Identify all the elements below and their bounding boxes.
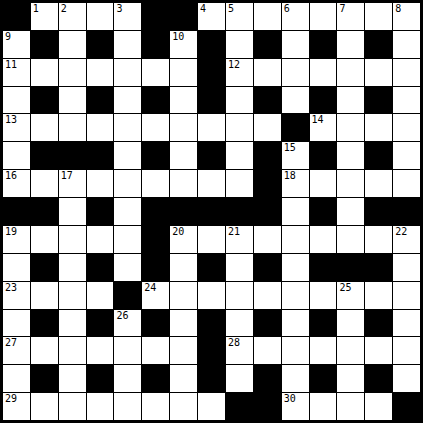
letter-cell[interactable] bbox=[254, 59, 281, 86]
letter-cell[interactable] bbox=[114, 365, 141, 392]
blocked-cell bbox=[114, 282, 141, 309]
letter-cell[interactable]: 8 bbox=[393, 3, 420, 30]
letter-cell[interactable] bbox=[31, 59, 58, 86]
letter-cell[interactable]: 11 bbox=[3, 59, 30, 86]
letter-cell[interactable] bbox=[59, 393, 86, 420]
blocked-cell bbox=[87, 142, 114, 169]
clue-number: 16 bbox=[5, 171, 17, 181]
clue-number: 4 bbox=[200, 4, 206, 14]
letter-cell[interactable] bbox=[114, 170, 141, 197]
blocked-cell bbox=[142, 310, 169, 337]
blocked-cell bbox=[31, 31, 58, 58]
blocked-cell bbox=[142, 3, 169, 30]
blocked-cell bbox=[198, 254, 225, 281]
letter-cell[interactable] bbox=[114, 59, 141, 86]
blocked-cell bbox=[87, 31, 114, 58]
clue-number: 8 bbox=[395, 4, 401, 14]
letter-cell[interactable] bbox=[170, 254, 197, 281]
letter-cell[interactable]: 3 bbox=[114, 3, 141, 30]
letter-cell[interactable] bbox=[170, 282, 197, 309]
blocked-cell bbox=[198, 310, 225, 337]
letter-cell[interactable] bbox=[170, 337, 197, 364]
letter-cell[interactable] bbox=[59, 87, 86, 114]
letter-cell[interactable]: 9 bbox=[3, 31, 30, 58]
crossword-grid: 1234567891011121314151617181920212223242… bbox=[3, 3, 420, 420]
letter-cell[interactable] bbox=[59, 198, 86, 225]
letter-cell[interactable] bbox=[114, 254, 141, 281]
blocked-cell bbox=[31, 87, 58, 114]
clue-number: 17 bbox=[61, 171, 73, 181]
letter-cell[interactable] bbox=[59, 365, 86, 392]
letter-cell[interactable] bbox=[3, 254, 30, 281]
letter-cell[interactable] bbox=[31, 226, 58, 253]
letter-cell[interactable] bbox=[59, 226, 86, 253]
clue-number: 15 bbox=[284, 143, 296, 153]
letter-cell[interactable] bbox=[31, 282, 58, 309]
clue-number: 20 bbox=[172, 227, 184, 237]
letter-cell[interactable] bbox=[282, 282, 309, 309]
blocked-cell bbox=[87, 365, 114, 392]
blocked-cell bbox=[254, 142, 281, 169]
blocked-cell bbox=[198, 198, 225, 225]
letter-cell[interactable]: 2 bbox=[59, 3, 86, 30]
blocked-cell bbox=[254, 170, 281, 197]
letter-cell[interactable] bbox=[170, 310, 197, 337]
letter-cell[interactable] bbox=[170, 87, 197, 114]
letter-cell[interactable] bbox=[337, 142, 364, 169]
clue-number: 5 bbox=[228, 4, 234, 14]
clue-number: 25 bbox=[339, 283, 351, 293]
letter-cell[interactable]: 21 bbox=[226, 226, 253, 253]
letter-cell[interactable] bbox=[393, 310, 420, 337]
blocked-cell bbox=[254, 310, 281, 337]
letter-cell[interactable] bbox=[393, 114, 420, 141]
letter-cell[interactable]: 26 bbox=[114, 310, 141, 337]
letter-cell[interactable] bbox=[254, 226, 281, 253]
letter-cell[interactable]: 23 bbox=[3, 282, 30, 309]
letter-cell[interactable] bbox=[87, 3, 114, 30]
blocked-cell bbox=[31, 365, 58, 392]
blocked-cell bbox=[142, 87, 169, 114]
letter-cell[interactable]: 13 bbox=[3, 114, 30, 141]
letter-cell[interactable] bbox=[198, 170, 225, 197]
blocked-cell bbox=[254, 365, 281, 392]
letter-cell[interactable]: 29 bbox=[3, 393, 30, 420]
blocked-cell bbox=[198, 337, 225, 364]
clue-number: 22 bbox=[395, 227, 407, 237]
letter-cell[interactable] bbox=[226, 310, 253, 337]
blocked-cell bbox=[310, 31, 337, 58]
letter-cell[interactable]: 25 bbox=[337, 282, 364, 309]
letter-cell[interactable] bbox=[282, 59, 309, 86]
blocked-cell bbox=[282, 114, 309, 141]
letter-cell[interactable] bbox=[310, 59, 337, 86]
blocked-cell bbox=[142, 226, 169, 253]
blocked-cell bbox=[87, 87, 114, 114]
blocked-cell bbox=[87, 254, 114, 281]
letter-cell[interactable] bbox=[282, 198, 309, 225]
letter-cell[interactable] bbox=[87, 226, 114, 253]
letter-cell[interactable] bbox=[365, 393, 392, 420]
letter-cell[interactable] bbox=[31, 170, 58, 197]
letter-cell[interactable] bbox=[87, 282, 114, 309]
letter-cell[interactable] bbox=[3, 142, 30, 169]
letter-cell[interactable] bbox=[114, 142, 141, 169]
letter-cell[interactable]: 5 bbox=[226, 3, 253, 30]
clue-number: 30 bbox=[284, 394, 296, 404]
blocked-cell bbox=[198, 365, 225, 392]
letter-cell[interactable]: 10 bbox=[170, 31, 197, 58]
letter-cell[interactable] bbox=[337, 393, 364, 420]
letter-cell[interactable] bbox=[170, 365, 197, 392]
letter-cell[interactable] bbox=[337, 114, 364, 141]
clue-number: 19 bbox=[5, 227, 17, 237]
letter-cell[interactable] bbox=[170, 393, 197, 420]
letter-cell[interactable] bbox=[114, 31, 141, 58]
letter-cell[interactable]: 24 bbox=[142, 282, 169, 309]
clue-number: 7 bbox=[339, 4, 345, 14]
blocked-cell bbox=[31, 142, 58, 169]
letter-cell[interactable] bbox=[337, 337, 364, 364]
letter-cell[interactable] bbox=[226, 114, 253, 141]
letter-cell[interactable]: 20 bbox=[170, 226, 197, 253]
blocked-cell bbox=[365, 254, 392, 281]
letter-cell[interactable] bbox=[337, 198, 364, 225]
blocked-cell bbox=[254, 87, 281, 114]
letter-cell[interactable] bbox=[310, 282, 337, 309]
letter-cell[interactable] bbox=[365, 3, 392, 30]
blocked-cell bbox=[170, 3, 197, 30]
letter-cell[interactable] bbox=[3, 310, 30, 337]
clue-number: 12 bbox=[228, 60, 240, 70]
blocked-cell bbox=[254, 254, 281, 281]
clue-number: 27 bbox=[5, 338, 17, 348]
blocked-cell bbox=[31, 310, 58, 337]
blocked-cell bbox=[142, 365, 169, 392]
blocked-cell bbox=[226, 393, 253, 420]
clue-number: 14 bbox=[312, 115, 324, 125]
letter-cell[interactable] bbox=[282, 226, 309, 253]
clue-number: 11 bbox=[5, 60, 17, 70]
blocked-cell bbox=[393, 393, 420, 420]
letter-cell[interactable] bbox=[198, 114, 225, 141]
letter-cell[interactable] bbox=[282, 365, 309, 392]
letter-cell[interactable]: 14 bbox=[310, 114, 337, 141]
letter-cell[interactable] bbox=[170, 114, 197, 141]
letter-cell[interactable] bbox=[142, 337, 169, 364]
letter-cell[interactable]: 12 bbox=[226, 59, 253, 86]
letter-cell[interactable] bbox=[87, 59, 114, 86]
blocked-cell bbox=[198, 87, 225, 114]
letter-cell[interactable] bbox=[114, 87, 141, 114]
letter-cell[interactable]: 19 bbox=[3, 226, 30, 253]
letter-cell[interactable] bbox=[393, 365, 420, 392]
blocked-cell bbox=[254, 393, 281, 420]
letter-cell[interactable] bbox=[87, 393, 114, 420]
blocked-cell bbox=[365, 365, 392, 392]
clue-number: 10 bbox=[172, 32, 184, 42]
blocked-cell bbox=[87, 198, 114, 225]
letter-cell[interactable] bbox=[226, 170, 253, 197]
letter-cell[interactable]: 17 bbox=[59, 170, 86, 197]
clue-number: 13 bbox=[5, 115, 17, 125]
letter-cell[interactable] bbox=[254, 282, 281, 309]
blocked-cell bbox=[393, 198, 420, 225]
blocked-cell bbox=[198, 59, 225, 86]
letter-cell[interactable] bbox=[114, 226, 141, 253]
letter-cell[interactable]: 18 bbox=[282, 170, 309, 197]
letter-cell[interactable] bbox=[226, 31, 253, 58]
blocked-cell bbox=[170, 198, 197, 225]
blocked-cell bbox=[142, 198, 169, 225]
letter-cell[interactable] bbox=[393, 254, 420, 281]
letter-cell[interactable] bbox=[393, 170, 420, 197]
letter-cell[interactable] bbox=[337, 31, 364, 58]
clue-number: 18 bbox=[284, 171, 296, 181]
clue-number: 29 bbox=[5, 394, 17, 404]
blocked-cell bbox=[87, 310, 114, 337]
letter-cell[interactable] bbox=[282, 254, 309, 281]
blocked-cell bbox=[365, 198, 392, 225]
letter-cell[interactable] bbox=[3, 365, 30, 392]
letter-cell[interactable] bbox=[337, 59, 364, 86]
letter-cell[interactable] bbox=[87, 114, 114, 141]
letter-cell[interactable] bbox=[59, 31, 86, 58]
clue-number: 21 bbox=[228, 227, 240, 237]
letter-cell[interactable] bbox=[59, 282, 86, 309]
letter-cell[interactable] bbox=[393, 87, 420, 114]
blocked-cell bbox=[198, 31, 225, 58]
letter-cell[interactable] bbox=[310, 393, 337, 420]
blocked-cell bbox=[31, 198, 58, 225]
letter-cell[interactable] bbox=[142, 59, 169, 86]
blocked-cell bbox=[198, 142, 225, 169]
blocked-cell bbox=[365, 310, 392, 337]
letter-cell[interactable] bbox=[31, 114, 58, 141]
crossword-board: 1234567891011121314151617181920212223242… bbox=[0, 0, 423, 423]
letter-cell[interactable] bbox=[254, 337, 281, 364]
blocked-cell bbox=[3, 3, 30, 30]
letter-cell[interactable] bbox=[337, 226, 364, 253]
letter-cell[interactable] bbox=[393, 31, 420, 58]
blocked-cell bbox=[310, 365, 337, 392]
letter-cell[interactable] bbox=[59, 254, 86, 281]
letter-cell[interactable] bbox=[282, 310, 309, 337]
letter-cell[interactable] bbox=[282, 87, 309, 114]
letter-cell[interactable] bbox=[393, 337, 420, 364]
blocked-cell bbox=[254, 198, 281, 225]
letter-cell[interactable] bbox=[114, 198, 141, 225]
letter-cell[interactable]: 22 bbox=[393, 226, 420, 253]
clue-number: 3 bbox=[116, 4, 122, 14]
letter-cell[interactable] bbox=[226, 87, 253, 114]
letter-cell[interactable] bbox=[365, 59, 392, 86]
letter-cell[interactable] bbox=[282, 31, 309, 58]
blocked-cell bbox=[142, 142, 169, 169]
letter-cell[interactable] bbox=[87, 170, 114, 197]
letter-cell[interactable] bbox=[337, 365, 364, 392]
letter-cell[interactable] bbox=[337, 310, 364, 337]
letter-cell[interactable] bbox=[3, 87, 30, 114]
letter-cell[interactable]: 1 bbox=[31, 3, 58, 30]
letter-cell[interactable] bbox=[59, 59, 86, 86]
letter-cell[interactable] bbox=[310, 3, 337, 30]
clue-number: 24 bbox=[144, 283, 156, 293]
letter-cell[interactable] bbox=[114, 114, 141, 141]
blocked-cell bbox=[59, 142, 86, 169]
blocked-cell bbox=[365, 31, 392, 58]
letter-cell[interactable] bbox=[114, 337, 141, 364]
letter-cell[interactable] bbox=[393, 142, 420, 169]
blocked-cell bbox=[337, 254, 364, 281]
letter-cell[interactable] bbox=[142, 393, 169, 420]
letter-cell[interactable] bbox=[170, 59, 197, 86]
letter-cell[interactable] bbox=[198, 393, 225, 420]
letter-cell[interactable] bbox=[310, 337, 337, 364]
letter-cell[interactable] bbox=[337, 170, 364, 197]
letter-cell[interactable] bbox=[254, 3, 281, 30]
letter-cell[interactable] bbox=[170, 142, 197, 169]
letter-cell[interactable] bbox=[337, 87, 364, 114]
letter-cell[interactable] bbox=[198, 226, 225, 253]
letter-cell[interactable]: 7 bbox=[337, 3, 364, 30]
letter-cell[interactable] bbox=[282, 337, 309, 364]
blocked-cell bbox=[310, 198, 337, 225]
letter-cell[interactable] bbox=[226, 365, 253, 392]
blocked-cell bbox=[3, 198, 30, 225]
letter-cell[interactable]: 16 bbox=[3, 170, 30, 197]
letter-cell[interactable] bbox=[393, 59, 420, 86]
letter-cell[interactable] bbox=[198, 282, 225, 309]
clue-number: 26 bbox=[116, 311, 128, 321]
blocked-cell bbox=[142, 254, 169, 281]
letter-cell[interactable] bbox=[87, 337, 114, 364]
letter-cell[interactable] bbox=[31, 393, 58, 420]
blocked-cell bbox=[31, 254, 58, 281]
clue-number: 9 bbox=[5, 32, 11, 42]
blocked-cell bbox=[254, 31, 281, 58]
letter-cell[interactable] bbox=[365, 337, 392, 364]
clue-number: 23 bbox=[5, 283, 17, 293]
blocked-cell bbox=[310, 87, 337, 114]
blocked-cell bbox=[310, 142, 337, 169]
letter-cell[interactable]: 28 bbox=[226, 337, 253, 364]
letter-cell[interactable] bbox=[59, 310, 86, 337]
letter-cell[interactable] bbox=[226, 254, 253, 281]
letter-cell[interactable] bbox=[365, 226, 392, 253]
blocked-cell bbox=[310, 310, 337, 337]
letter-cell[interactable] bbox=[365, 282, 392, 309]
letter-cell[interactable] bbox=[393, 282, 420, 309]
blocked-cell bbox=[142, 31, 169, 58]
letter-cell[interactable]: 15 bbox=[282, 142, 309, 169]
blocked-cell bbox=[365, 87, 392, 114]
letter-cell[interactable] bbox=[365, 114, 392, 141]
letter-cell[interactable] bbox=[254, 114, 281, 141]
blocked-cell bbox=[310, 254, 337, 281]
letter-cell[interactable] bbox=[310, 170, 337, 197]
letter-cell[interactable] bbox=[31, 337, 58, 364]
blocked-cell bbox=[226, 198, 253, 225]
letter-cell[interactable] bbox=[142, 170, 169, 197]
letter-cell[interactable] bbox=[142, 114, 169, 141]
letter-cell[interactable] bbox=[310, 226, 337, 253]
letter-cell[interactable]: 27 bbox=[3, 337, 30, 364]
clue-number: 2 bbox=[61, 4, 67, 14]
letter-cell[interactable] bbox=[59, 114, 86, 141]
letter-cell[interactable] bbox=[170, 170, 197, 197]
letter-cell[interactable]: 6 bbox=[282, 3, 309, 30]
clue-number: 6 bbox=[284, 4, 290, 14]
letter-cell[interactable] bbox=[226, 142, 253, 169]
clue-number: 1 bbox=[33, 4, 39, 14]
clue-number: 28 bbox=[228, 338, 240, 348]
blocked-cell bbox=[365, 142, 392, 169]
letter-cell[interactable]: 4 bbox=[198, 3, 225, 30]
letter-cell[interactable] bbox=[226, 282, 253, 309]
letter-cell[interactable] bbox=[114, 393, 141, 420]
letter-cell[interactable] bbox=[59, 337, 86, 364]
letter-cell[interactable]: 30 bbox=[282, 393, 309, 420]
letter-cell[interactable] bbox=[365, 170, 392, 197]
